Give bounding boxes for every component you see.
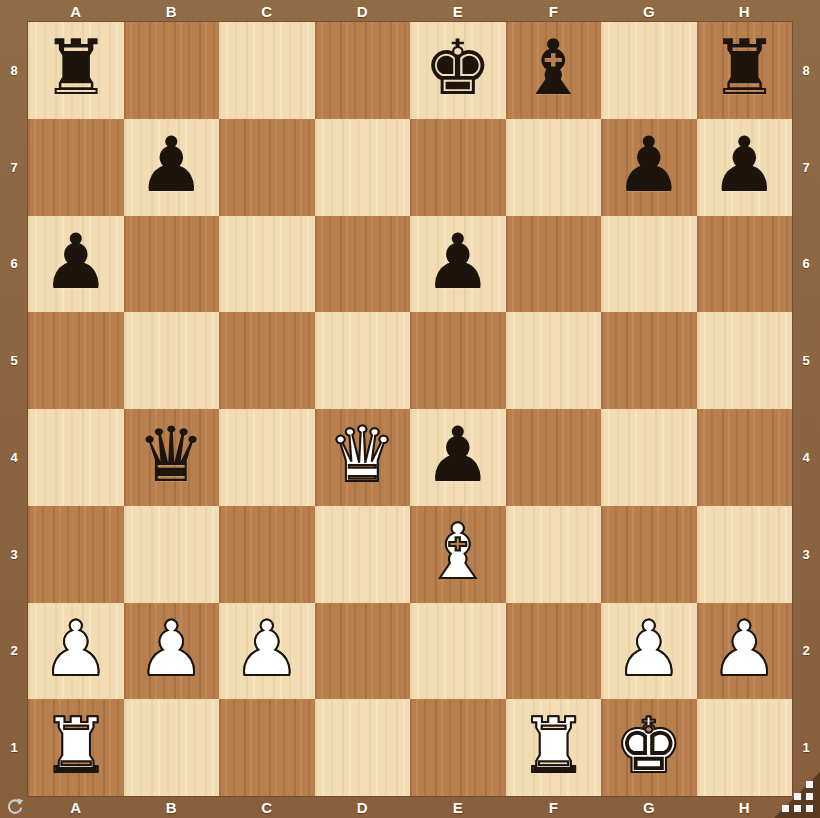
piece-bR-h8[interactable]: ♜ [710,30,778,106]
square-c5[interactable] [219,312,315,409]
file-label-e: E [410,796,506,818]
piece-wB-e3[interactable]: ♝ [424,514,492,590]
piece-bK-e8[interactable]: ♚ [424,30,492,106]
square-b4[interactable]: ♛ [124,409,220,506]
file-label-e: E [410,0,506,22]
square-f4[interactable] [506,409,602,506]
square-d6[interactable] [315,216,411,313]
square-a5[interactable] [28,312,124,409]
square-g8[interactable] [601,22,697,119]
piece-bP-a6[interactable]: ♟ [42,224,110,300]
square-d7[interactable] [315,119,411,216]
rank-label-2: 2 [0,603,28,700]
piece-bP-g7[interactable]: ♟ [615,127,683,203]
piece-wR-f1[interactable]: ♜ [519,708,587,784]
square-e3[interactable]: ♝ [410,506,506,603]
file-label-g: G [601,796,697,818]
rank-labels-right: 87654321 [792,22,820,796]
square-c7[interactable] [219,119,315,216]
square-f3[interactable] [506,506,602,603]
rank-label-4: 4 [792,409,820,506]
square-f5[interactable] [506,312,602,409]
rank-label-7: 7 [792,119,820,216]
piece-wP-b2[interactable]: ♟ [137,611,205,687]
square-b2[interactable]: ♟ [124,603,220,700]
rank-label-6: 6 [0,216,28,313]
file-label-h: H [697,0,793,22]
file-label-c: C [219,0,315,22]
file-label-a: A [28,0,124,22]
rank-label-7: 7 [0,119,28,216]
square-e6[interactable]: ♟ [410,216,506,313]
piece-wR-a1[interactable]: ♜ [42,708,110,784]
square-f2[interactable] [506,603,602,700]
square-e8[interactable]: ♚ [410,22,506,119]
square-c4[interactable] [219,409,315,506]
resize-grip-dots-icon [806,805,813,812]
rank-label-8: 8 [0,22,28,119]
square-c3[interactable] [219,506,315,603]
rank-label-5: 5 [792,312,820,409]
rank-label-3: 3 [792,506,820,603]
square-g4[interactable] [601,409,697,506]
resize-grip[interactable] [774,772,820,818]
square-b1[interactable] [124,699,220,796]
square-d8[interactable] [315,22,411,119]
piece-wP-a2[interactable]: ♟ [42,611,110,687]
file-labels-bottom: ABCDEFGH [28,796,792,818]
square-e7[interactable] [410,119,506,216]
square-b5[interactable] [124,312,220,409]
file-label-d: D [315,0,411,22]
rank-label-4: 4 [0,409,28,506]
file-label-f: F [506,0,602,22]
piece-wP-h2[interactable]: ♟ [710,611,778,687]
square-d5[interactable] [315,312,411,409]
rank-label-1: 1 [0,699,28,796]
square-h2[interactable]: ♟ [697,603,793,700]
square-h4[interactable] [697,409,793,506]
square-a1[interactable]: ♜ [28,699,124,796]
piece-bP-b7[interactable]: ♟ [137,127,205,203]
square-g1[interactable]: ♚ [601,699,697,796]
rank-label-8: 8 [792,22,820,119]
piece-wP-c2[interactable]: ♟ [233,611,301,687]
square-e2[interactable] [410,603,506,700]
file-label-c: C [219,796,315,818]
piece-bP-e6[interactable]: ♟ [424,224,492,300]
file-label-b: B [124,796,220,818]
board-squares: ♜♚♝♜♟♟♟♟♟♛♛♟♝♟♟♟♟♟♜♜♚ [28,22,792,796]
square-d3[interactable] [315,506,411,603]
square-f7[interactable] [506,119,602,216]
square-d1[interactable] [315,699,411,796]
rank-label-2: 2 [792,603,820,700]
square-f6[interactable] [506,216,602,313]
square-h6[interactable] [697,216,793,313]
square-a8[interactable]: ♜ [28,22,124,119]
rank-labels-left: 87654321 [0,22,28,796]
piece-bP-h7[interactable]: ♟ [710,127,778,203]
square-c6[interactable] [219,216,315,313]
square-c1[interactable] [219,699,315,796]
square-a3[interactable] [28,506,124,603]
piece-wP-g2[interactable]: ♟ [615,611,683,687]
square-a6[interactable]: ♟ [28,216,124,313]
square-e4[interactable]: ♟ [410,409,506,506]
piece-bB-f8[interactable]: ♝ [519,30,587,106]
square-g3[interactable] [601,506,697,603]
square-e1[interactable] [410,699,506,796]
flip-board-button[interactable] [5,797,25,816]
chess-board: ABCDEFGH ABCDEFGH 87654321 87654321 ♜♚♝♜… [0,0,820,818]
piece-bR-a8[interactable]: ♜ [42,30,110,106]
square-b6[interactable] [124,216,220,313]
square-e5[interactable] [410,312,506,409]
square-g2[interactable]: ♟ [601,603,697,700]
square-d2[interactable] [315,603,411,700]
square-b3[interactable] [124,506,220,603]
rotate-icon [6,798,24,815]
square-f1[interactable]: ♜ [506,699,602,796]
file-label-f: F [506,796,602,818]
piece-wK-g1[interactable]: ♚ [615,708,683,784]
square-g6[interactable] [601,216,697,313]
file-label-d: D [315,796,411,818]
piece-bP-e4[interactable]: ♟ [424,417,492,493]
square-a2[interactable]: ♟ [28,603,124,700]
square-g5[interactable] [601,312,697,409]
rank-label-6: 6 [792,216,820,313]
square-h5[interactable] [697,312,793,409]
square-c8[interactable] [219,22,315,119]
square-h8[interactable]: ♜ [697,22,793,119]
square-a7[interactable] [28,119,124,216]
square-a4[interactable] [28,409,124,506]
square-b7[interactable]: ♟ [124,119,220,216]
square-f8[interactable]: ♝ [506,22,602,119]
square-d4[interactable]: ♛ [315,409,411,506]
file-label-b: B [124,0,220,22]
square-c2[interactable]: ♟ [219,603,315,700]
rank-label-3: 3 [0,506,28,603]
piece-wQ-d4[interactable]: ♛ [328,417,396,493]
square-g7[interactable]: ♟ [601,119,697,216]
square-h7[interactable]: ♟ [697,119,793,216]
square-b8[interactable] [124,22,220,119]
file-labels-top: ABCDEFGH [28,0,792,22]
file-label-g: G [601,0,697,22]
rank-label-5: 5 [0,312,28,409]
piece-bQ-b4[interactable]: ♛ [137,417,205,493]
square-h3[interactable] [697,506,793,603]
file-label-a: A [28,796,124,818]
